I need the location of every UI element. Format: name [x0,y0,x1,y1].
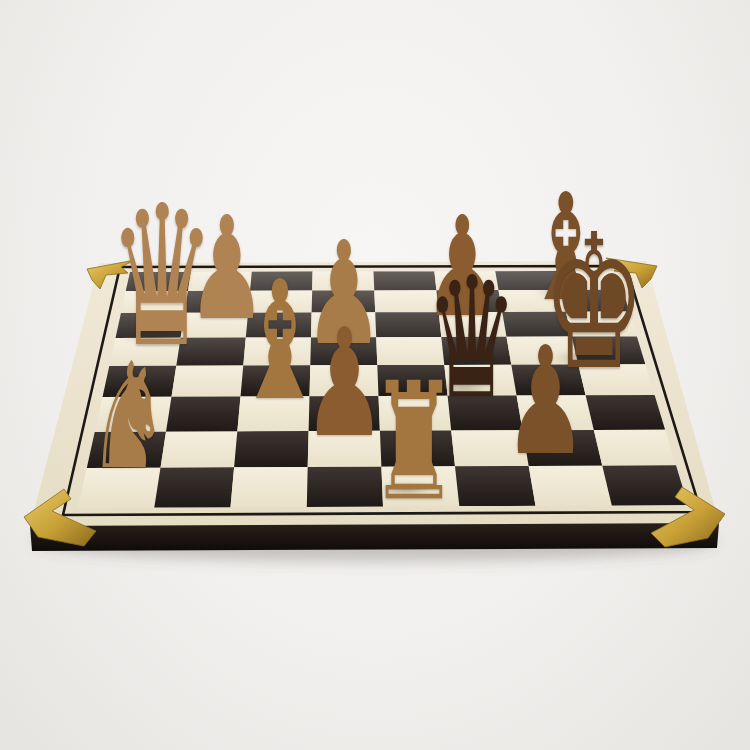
chess-photo: ♝♟♟♛♟♚♛♝♟♟♞♜ [0,0,750,750]
chess-board [0,0,750,750]
